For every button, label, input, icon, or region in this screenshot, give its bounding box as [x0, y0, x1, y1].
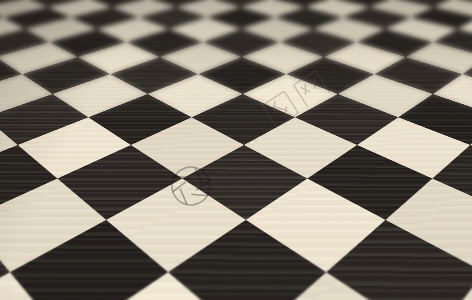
- board-layer-blur-bottom: [0, 0, 472, 300]
- chessboard-photo: 摄图网: [0, 0, 472, 300]
- perspective-container: [0, 0, 472, 300]
- chessboard-grid-blur-copy: [0, 0, 472, 145]
